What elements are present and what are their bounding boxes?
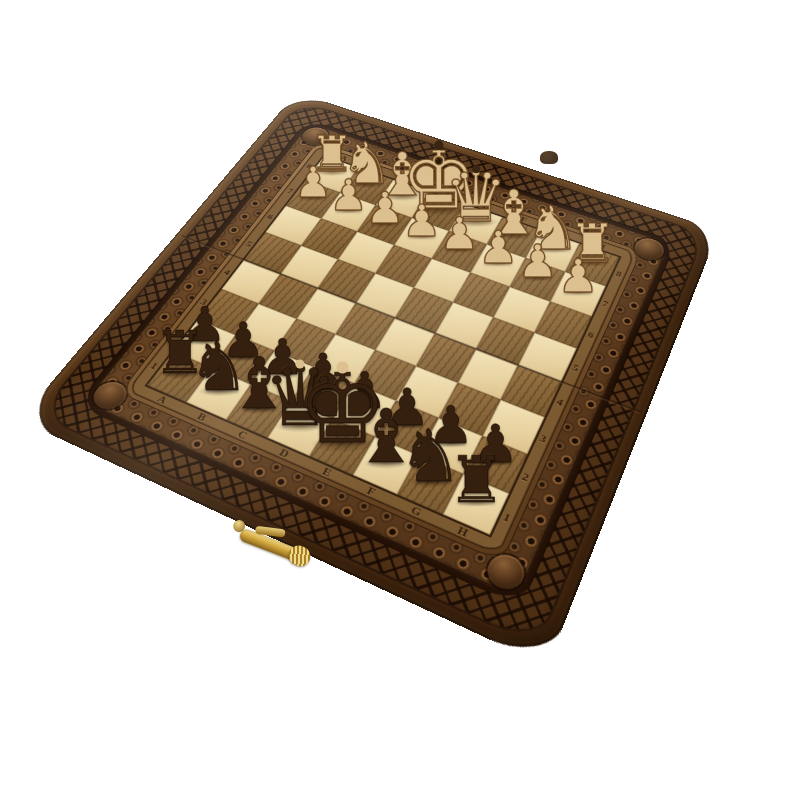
product-photo: ABCDEFGHABCDEFGH1234567812345678 ♜♞♝♚♛♝♞… xyxy=(0,0,800,800)
carved-chess-box: ABCDEFGHABCDEFGH1234567812345678 xyxy=(20,92,719,666)
hinge-knob xyxy=(540,151,558,164)
